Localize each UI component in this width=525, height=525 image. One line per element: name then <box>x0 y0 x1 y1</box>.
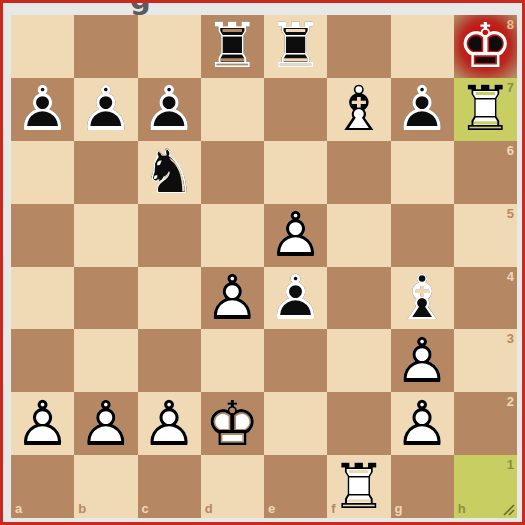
square-g1[interactable]: g <box>391 455 454 518</box>
black-rook-glyph: ♜ <box>264 15 327 78</box>
black-bishop-glyph: ♝ <box>391 267 454 330</box>
black-knight-outline: ♘ <box>138 141 201 204</box>
square-g7[interactable]: ♟♙ <box>391 78 454 141</box>
black-pawn-glyph: ♟ <box>391 78 454 141</box>
black-pawn-outline: ♙ <box>74 78 137 141</box>
black-rook-glyph: ♜ <box>201 15 264 78</box>
square-h4[interactable]: 4 <box>454 267 517 330</box>
white-king-glyph: ♚ <box>201 392 264 455</box>
square-d3[interactable] <box>201 329 264 392</box>
square-e7[interactable] <box>264 78 327 141</box>
square-g8[interactable] <box>391 15 454 78</box>
square-f4[interactable] <box>327 267 390 330</box>
white-pawn-glyph: ♟ <box>138 392 201 455</box>
file-label-d: d <box>205 502 213 515</box>
square-f8[interactable] <box>327 15 390 78</box>
square-h8[interactable]: ♚♔8 <box>454 15 517 78</box>
rank-label-2: 2 <box>507 395 514 408</box>
square-c6[interactable]: ♞♘ <box>138 141 201 204</box>
square-f6[interactable] <box>327 141 390 204</box>
white-king-outline: ♔ <box>201 392 264 455</box>
piece-white-pawn[interactable]: ♟♙ <box>11 392 74 455</box>
black-king-outline: ♔ <box>454 15 517 78</box>
white-bishop-glyph: ♝ <box>327 78 390 141</box>
rank-label-5: 5 <box>507 207 514 220</box>
white-pawn-outline: ♙ <box>138 392 201 455</box>
white-rook-outline: ♖ <box>327 455 390 518</box>
square-d4[interactable]: ♟♙ <box>201 267 264 330</box>
square-f3[interactable] <box>327 329 390 392</box>
white-pawn-outline: ♙ <box>201 267 264 330</box>
rank-label-1: 1 <box>507 458 514 471</box>
square-b2[interactable]: ♟♙ <box>74 392 137 455</box>
square-h2[interactable]: 2 <box>454 392 517 455</box>
white-bishop-outline: ♗ <box>327 78 390 141</box>
file-label-c: c <box>142 502 149 515</box>
black-pawn-glyph: ♟ <box>264 267 327 330</box>
square-h7[interactable]: ♜♖7 <box>454 78 517 141</box>
board-resize-handle-icon[interactable] <box>502 503 516 517</box>
square-d5[interactable] <box>201 204 264 267</box>
piece-black-king[interactable]: ♚♔ <box>454 15 517 78</box>
square-d8[interactable]: ♜♖ <box>201 15 264 78</box>
piece-white-pawn[interactable]: ♟♙ <box>201 267 264 330</box>
piece-white-king[interactable]: ♚♔ <box>201 392 264 455</box>
square-g2[interactable]: ♟♙ <box>391 392 454 455</box>
square-c1[interactable]: c <box>138 455 201 518</box>
white-pawn-outline: ♙ <box>74 392 137 455</box>
square-f7[interactable]: ♝♗ <box>327 78 390 141</box>
black-pawn-outline: ♙ <box>391 78 454 141</box>
piece-black-pawn[interactable]: ♟♙ <box>138 78 201 141</box>
rank-label-4: 4 <box>507 270 514 283</box>
square-d7[interactable] <box>201 78 264 141</box>
square-a1[interactable]: a <box>11 455 74 518</box>
cropped-page-header: g <box>3 3 522 15</box>
black-pawn-glyph: ♟ <box>11 78 74 141</box>
black-pawn-outline: ♙ <box>138 78 201 141</box>
white-pawn-glyph: ♟ <box>391 392 454 455</box>
square-a6[interactable] <box>11 141 74 204</box>
square-h5[interactable]: 5 <box>454 204 517 267</box>
black-king-glyph: ♚ <box>454 15 517 78</box>
file-label-a: a <box>15 502 22 515</box>
square-a3[interactable] <box>11 329 74 392</box>
black-pawn-glyph: ♟ <box>138 78 201 141</box>
piece-black-bishop[interactable]: ♝♗ <box>391 267 454 330</box>
square-b6[interactable] <box>74 141 137 204</box>
file-label-g: g <box>395 502 403 515</box>
white-rook-glyph: ♜ <box>454 78 517 141</box>
square-c2[interactable]: ♟♙ <box>138 392 201 455</box>
square-c5[interactable] <box>138 204 201 267</box>
square-e1[interactable]: e <box>264 455 327 518</box>
black-rook-outline: ♖ <box>264 15 327 78</box>
square-e2[interactable] <box>264 392 327 455</box>
piece-white-pawn[interactable]: ♟♙ <box>138 392 201 455</box>
black-knight-glyph: ♞ <box>138 141 201 204</box>
white-pawn-glyph: ♟ <box>74 392 137 455</box>
square-c4[interactable] <box>138 267 201 330</box>
square-g4[interactable]: ♝♗ <box>391 267 454 330</box>
square-b7[interactable]: ♟♙ <box>74 78 137 141</box>
piece-black-pawn[interactable]: ♟♙ <box>74 78 137 141</box>
piece-white-pawn[interactable]: ♟♙ <box>391 329 454 392</box>
square-f5[interactable] <box>327 204 390 267</box>
white-pawn-outline: ♙ <box>264 204 327 267</box>
cropped-page-text: g <box>130 3 151 15</box>
square-b5[interactable] <box>74 204 137 267</box>
square-h1[interactable]: h1 <box>454 455 517 518</box>
black-pawn-outline: ♙ <box>264 267 327 330</box>
square-e4[interactable]: ♟♙ <box>264 267 327 330</box>
square-e8[interactable]: ♜♖ <box>264 15 327 78</box>
piece-white-rook[interactable]: ♜♖ <box>327 455 390 518</box>
square-g6[interactable] <box>391 141 454 204</box>
white-rook-outline: ♖ <box>454 78 517 141</box>
square-b4[interactable] <box>74 267 137 330</box>
white-pawn-glyph: ♟ <box>11 392 74 455</box>
piece-black-rook[interactable]: ♜♖ <box>201 15 264 78</box>
piece-black-rook[interactable]: ♜♖ <box>264 15 327 78</box>
piece-black-pawn[interactable]: ♟♙ <box>391 78 454 141</box>
square-d1[interactable]: d <box>201 455 264 518</box>
screenshot-frame: g ♜♖♜♖♚♔8♟♙♟♙♟♙♝♗♟♙♜♖7♞♘6♟♙5♟♙♟♙♝♗4♟♙3♟♙… <box>0 0 525 525</box>
white-rook-glyph: ♜ <box>327 455 390 518</box>
square-e5[interactable]: ♟♙ <box>264 204 327 267</box>
file-label-b: b <box>78 502 86 515</box>
square-b1[interactable]: b <box>74 455 137 518</box>
rank-label-3: 3 <box>507 332 514 345</box>
rank-label-6: 6 <box>507 144 514 157</box>
square-f2[interactable] <box>327 392 390 455</box>
white-pawn-glyph: ♟ <box>201 267 264 330</box>
square-c8[interactable] <box>138 15 201 78</box>
square-b8[interactable] <box>74 15 137 78</box>
chess-board: ♜♖♜♖♚♔8♟♙♟♙♟♙♝♗♟♙♜♖7♞♘6♟♙5♟♙♟♙♝♗4♟♙3♟♙♟♙… <box>11 15 517 518</box>
black-pawn-glyph: ♟ <box>74 78 137 141</box>
square-e6[interactable] <box>264 141 327 204</box>
piece-white-pawn[interactable]: ♟♙ <box>264 204 327 267</box>
square-a8[interactable] <box>11 15 74 78</box>
white-pawn-outline: ♙ <box>391 329 454 392</box>
square-a4[interactable] <box>11 267 74 330</box>
square-g3[interactable]: ♟♙ <box>391 329 454 392</box>
square-h3[interactable]: 3 <box>454 329 517 392</box>
piece-white-rook[interactable]: ♜♖ <box>454 78 517 141</box>
white-pawn-outline: ♙ <box>11 392 74 455</box>
square-e3[interactable] <box>264 329 327 392</box>
square-d6[interactable] <box>201 141 264 204</box>
black-rook-outline: ♖ <box>201 15 264 78</box>
square-c3[interactable] <box>138 329 201 392</box>
piece-black-pawn[interactable]: ♟♙ <box>264 267 327 330</box>
white-pawn-outline: ♙ <box>391 392 454 455</box>
piece-black-knight[interactable]: ♞♘ <box>138 141 201 204</box>
white-pawn-glyph: ♟ <box>264 204 327 267</box>
square-a2[interactable]: ♟♙ <box>11 392 74 455</box>
piece-black-pawn[interactable]: ♟♙ <box>11 78 74 141</box>
square-b3[interactable] <box>74 329 137 392</box>
square-c7[interactable]: ♟♙ <box>138 78 201 141</box>
white-pawn-glyph: ♟ <box>391 329 454 392</box>
piece-white-pawn[interactable]: ♟♙ <box>391 392 454 455</box>
square-g5[interactable] <box>391 204 454 267</box>
square-f1[interactable]: ♜♖f <box>327 455 390 518</box>
square-d2[interactable]: ♚♔ <box>201 392 264 455</box>
file-label-e: e <box>268 502 275 515</box>
file-label-h: h <box>458 502 466 515</box>
square-a7[interactable]: ♟♙ <box>11 78 74 141</box>
square-a5[interactable] <box>11 204 74 267</box>
piece-white-pawn[interactable]: ♟♙ <box>74 392 137 455</box>
piece-white-bishop[interactable]: ♝♗ <box>327 78 390 141</box>
black-bishop-outline: ♗ <box>391 267 454 330</box>
black-pawn-outline: ♙ <box>11 78 74 141</box>
square-h6[interactable]: 6 <box>454 141 517 204</box>
